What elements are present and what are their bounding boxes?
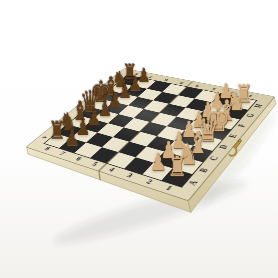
chess-set-photo: ABCDEFGH ABCDEFGH 87654321 87654321 ♜♞♝♛… bbox=[0, 0, 278, 278]
